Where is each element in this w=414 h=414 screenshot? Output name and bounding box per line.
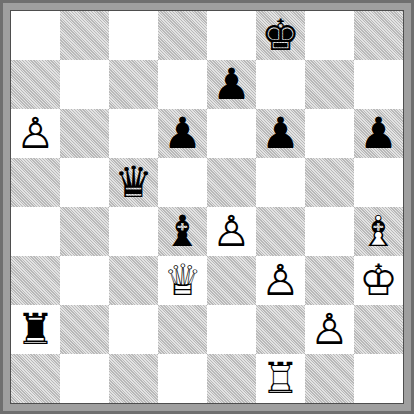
- piece-black-pawn[interactable]: ♟: [207, 60, 256, 109]
- square-b7[interactable]: [60, 60, 109, 109]
- square-e8[interactable]: [207, 11, 256, 60]
- square-c5[interactable]: ♛: [109, 158, 158, 207]
- square-a2[interactable]: ♜: [11, 305, 60, 354]
- square-d6[interactable]: ♟: [158, 109, 207, 158]
- piece-outline: ♕: [158, 256, 207, 305]
- square-c1[interactable]: [109, 354, 158, 403]
- piece-white-king[interactable]: ♚♔: [354, 256, 403, 305]
- piece-black-pawn[interactable]: ♟: [158, 109, 207, 158]
- square-h5[interactable]: [354, 158, 403, 207]
- square-g7[interactable]: [305, 60, 354, 109]
- square-d7[interactable]: [158, 60, 207, 109]
- piece-white-pawn[interactable]: ♟♙: [11, 109, 60, 158]
- square-b8[interactable]: [60, 11, 109, 60]
- square-f8[interactable]: ♚: [256, 11, 305, 60]
- piece-white-rook[interactable]: ♜♖: [256, 354, 305, 403]
- square-a8[interactable]: [11, 11, 60, 60]
- piece-black-pawn[interactable]: ♟: [256, 109, 305, 158]
- square-c7[interactable]: [109, 60, 158, 109]
- square-h8[interactable]: [354, 11, 403, 60]
- square-h7[interactable]: [354, 60, 403, 109]
- square-h1[interactable]: [354, 354, 403, 403]
- square-c3[interactable]: [109, 256, 158, 305]
- square-g6[interactable]: [305, 109, 354, 158]
- piece-outline: ♙: [11, 109, 60, 158]
- piece-black-rook[interactable]: ♜: [11, 305, 60, 354]
- piece-white-pawn[interactable]: ♟♙: [207, 207, 256, 256]
- square-g8[interactable]: [305, 11, 354, 60]
- square-g3[interactable]: [305, 256, 354, 305]
- piece-outline: ♔: [354, 256, 403, 305]
- square-c4[interactable]: [109, 207, 158, 256]
- square-e4[interactable]: ♟♙: [207, 207, 256, 256]
- square-g1[interactable]: [305, 354, 354, 403]
- square-g2[interactable]: ♟♙: [305, 305, 354, 354]
- square-d8[interactable]: [158, 11, 207, 60]
- square-b5[interactable]: [60, 158, 109, 207]
- square-d3[interactable]: ♛♕: [158, 256, 207, 305]
- square-d5[interactable]: [158, 158, 207, 207]
- square-a1[interactable]: [11, 354, 60, 403]
- square-h2[interactable]: [354, 305, 403, 354]
- square-a6[interactable]: ♟♙: [11, 109, 60, 158]
- square-g5[interactable]: [305, 158, 354, 207]
- square-g4[interactable]: [305, 207, 354, 256]
- board-frame: ♚♟♟♙♟♟♟♛♝♟♙♝♗♛♕♟♙♚♔♜♟♙♜♖: [0, 0, 414, 414]
- square-e2[interactable]: [207, 305, 256, 354]
- square-b2[interactable]: [60, 305, 109, 354]
- square-a3[interactable]: [11, 256, 60, 305]
- square-f1[interactable]: ♜♖: [256, 354, 305, 403]
- square-b1[interactable]: [60, 354, 109, 403]
- square-f6[interactable]: ♟: [256, 109, 305, 158]
- square-f7[interactable]: [256, 60, 305, 109]
- chess-board: ♚♟♟♙♟♟♟♛♝♟♙♝♗♛♕♟♙♚♔♜♟♙♜♖: [11, 11, 403, 403]
- square-d1[interactable]: [158, 354, 207, 403]
- piece-white-queen[interactable]: ♛♕: [158, 256, 207, 305]
- square-f2[interactable]: [256, 305, 305, 354]
- square-a7[interactable]: [11, 60, 60, 109]
- piece-black-bishop[interactable]: ♝: [158, 207, 207, 256]
- piece-white-pawn[interactable]: ♟♙: [256, 256, 305, 305]
- piece-black-queen[interactable]: ♛: [109, 158, 158, 207]
- piece-white-bishop[interactable]: ♝♗: [354, 207, 403, 256]
- piece-outline: ♗: [354, 207, 403, 256]
- square-h4[interactable]: ♝♗: [354, 207, 403, 256]
- piece-black-pawn[interactable]: ♟: [354, 109, 403, 158]
- square-c6[interactable]: [109, 109, 158, 158]
- square-f3[interactable]: ♟♙: [256, 256, 305, 305]
- square-d2[interactable]: [158, 305, 207, 354]
- square-e7[interactable]: ♟: [207, 60, 256, 109]
- square-f5[interactable]: [256, 158, 305, 207]
- square-e5[interactable]: [207, 158, 256, 207]
- square-a4[interactable]: [11, 207, 60, 256]
- piece-outline: ♙: [207, 207, 256, 256]
- square-f4[interactable]: [256, 207, 305, 256]
- square-b3[interactable]: [60, 256, 109, 305]
- square-b6[interactable]: [60, 109, 109, 158]
- piece-outline: ♙: [256, 256, 305, 305]
- board-inner-edge: ♚♟♟♙♟♟♟♛♝♟♙♝♗♛♕♟♙♚♔♜♟♙♜♖: [10, 10, 404, 404]
- square-h3[interactable]: ♚♔: [354, 256, 403, 305]
- square-d4[interactable]: ♝: [158, 207, 207, 256]
- piece-outline: ♖: [256, 354, 305, 403]
- square-c2[interactable]: [109, 305, 158, 354]
- square-c8[interactable]: [109, 11, 158, 60]
- piece-outline: ♙: [305, 305, 354, 354]
- piece-black-king[interactable]: ♚: [256, 11, 305, 60]
- square-e6[interactable]: [207, 109, 256, 158]
- square-a5[interactable]: [11, 158, 60, 207]
- square-e3[interactable]: [207, 256, 256, 305]
- square-e1[interactable]: [207, 354, 256, 403]
- piece-white-pawn[interactable]: ♟♙: [305, 305, 354, 354]
- square-b4[interactable]: [60, 207, 109, 256]
- square-h6[interactable]: ♟: [354, 109, 403, 158]
